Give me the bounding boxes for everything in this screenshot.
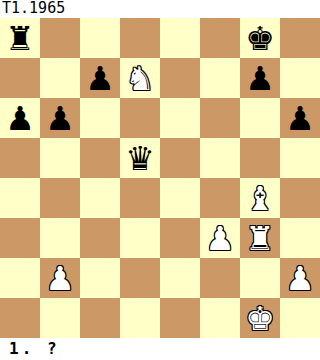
square-e4[interactable] (160, 178, 200, 218)
square-e2[interactable] (160, 258, 200, 298)
square-c8[interactable] (80, 18, 120, 58)
white-king-g1[interactable]: ♚ (240, 298, 280, 338)
square-c6[interactable] (80, 98, 120, 138)
white-rook-g3[interactable]: ♜ (240, 218, 280, 258)
square-g1[interactable]: ♚ (240, 298, 280, 338)
white-knight-d7[interactable]: ♞ (120, 58, 160, 98)
square-e6[interactable] (160, 98, 200, 138)
square-c7[interactable]: ♟ (80, 58, 120, 98)
square-f3[interactable]: ♟ (200, 218, 240, 258)
square-g5[interactable] (240, 138, 280, 178)
black-queen-d5[interactable]: ♛ (120, 138, 160, 178)
square-d3[interactable] (120, 218, 160, 258)
square-h2[interactable]: ♟ (280, 258, 320, 298)
square-h5[interactable] (280, 138, 320, 178)
square-d8[interactable] (120, 18, 160, 58)
black-pawn-g7[interactable]: ♟ (240, 58, 280, 98)
square-h3[interactable] (280, 218, 320, 258)
square-b6[interactable]: ♟ (40, 98, 80, 138)
square-c3[interactable] (80, 218, 120, 258)
square-d6[interactable] (120, 98, 160, 138)
square-f5[interactable] (200, 138, 240, 178)
square-c2[interactable] (80, 258, 120, 298)
white-pawn-f3[interactable]: ♟ (200, 218, 240, 258)
square-a3[interactable] (0, 218, 40, 258)
square-e1[interactable] (160, 298, 200, 338)
square-g6[interactable] (240, 98, 280, 138)
black-pawn-a6[interactable]: ♟ (0, 98, 40, 138)
square-d4[interactable] (120, 178, 160, 218)
square-e3[interactable] (160, 218, 200, 258)
square-a8[interactable]: ♜ (0, 18, 40, 58)
square-f7[interactable] (200, 58, 240, 98)
square-d5[interactable]: ♛ (120, 138, 160, 178)
square-h6[interactable]: ♟ (280, 98, 320, 138)
square-a5[interactable] (0, 138, 40, 178)
square-b2[interactable]: ♟ (40, 258, 80, 298)
square-b4[interactable] (40, 178, 80, 218)
black-king-g8[interactable]: ♚ (240, 18, 280, 58)
square-b1[interactable] (40, 298, 80, 338)
puzzle-title: T1.1965 (0, 0, 320, 18)
black-pawn-h6[interactable]: ♟ (280, 98, 320, 138)
square-f2[interactable] (200, 258, 240, 298)
square-e8[interactable] (160, 18, 200, 58)
square-c1[interactable] (80, 298, 120, 338)
square-b7[interactable] (40, 58, 80, 98)
square-g7[interactable]: ♟ (240, 58, 280, 98)
square-d7[interactable]: ♞ (120, 58, 160, 98)
square-h7[interactable] (280, 58, 320, 98)
white-bishop-g4[interactable]: ♝ (240, 178, 280, 218)
square-g8[interactable]: ♚ (240, 18, 280, 58)
square-f1[interactable] (200, 298, 240, 338)
square-e5[interactable] (160, 138, 200, 178)
square-a2[interactable] (0, 258, 40, 298)
black-pawn-c7[interactable]: ♟ (80, 58, 120, 98)
white-pawn-b2[interactable]: ♟ (40, 258, 80, 298)
square-f4[interactable] (200, 178, 240, 218)
square-d2[interactable] (120, 258, 160, 298)
square-b5[interactable] (40, 138, 80, 178)
square-g2[interactable] (240, 258, 280, 298)
white-pawn-h2[interactable]: ♟ (280, 258, 320, 298)
chess-board: ♜♚♟♞♟♟♟♟♛♝♟♜♟♟♚ (0, 18, 320, 338)
square-b3[interactable] (40, 218, 80, 258)
square-c4[interactable] (80, 178, 120, 218)
square-f6[interactable] (200, 98, 240, 138)
square-h1[interactable] (280, 298, 320, 338)
black-pawn-b6[interactable]: ♟ (40, 98, 80, 138)
square-g4[interactable]: ♝ (240, 178, 280, 218)
square-e7[interactable] (160, 58, 200, 98)
square-g3[interactable]: ♜ (240, 218, 280, 258)
square-f8[interactable] (200, 18, 240, 58)
square-d1[interactable] (120, 298, 160, 338)
square-h4[interactable] (280, 178, 320, 218)
move-prompt: 1. ? (0, 338, 320, 360)
square-a7[interactable] (0, 58, 40, 98)
square-a4[interactable] (0, 178, 40, 218)
square-a1[interactable] (0, 298, 40, 338)
square-b8[interactable] (40, 18, 80, 58)
square-c5[interactable] (80, 138, 120, 178)
black-rook-a8[interactable]: ♜ (0, 18, 40, 58)
square-h8[interactable] (280, 18, 320, 58)
square-a6[interactable]: ♟ (0, 98, 40, 138)
